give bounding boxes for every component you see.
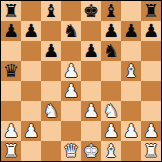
square-g4[interactable] bbox=[121, 81, 141, 101]
square-e2[interactable] bbox=[81, 121, 101, 141]
piece-white-pawn-d4[interactable]: ♟ bbox=[63, 81, 79, 101]
piece-black-king-e8[interactable]: ♚ bbox=[83, 1, 99, 21]
square-e5[interactable] bbox=[81, 61, 101, 81]
piece-black-pawn-h7[interactable]: ♟ bbox=[143, 21, 159, 41]
piece-white-queen-d1[interactable]: ♛ bbox=[63, 141, 79, 161]
square-e6[interactable]: ♟ bbox=[81, 41, 101, 61]
square-c2[interactable] bbox=[41, 121, 61, 141]
piece-white-pawn-e3[interactable]: ♟ bbox=[83, 101, 99, 121]
square-f6[interactable]: ♞ bbox=[101, 41, 121, 61]
square-d2[interactable] bbox=[61, 121, 81, 141]
square-a2[interactable]: ♟ bbox=[1, 121, 21, 141]
square-d4[interactable]: ♟ bbox=[61, 81, 81, 101]
square-a5[interactable]: ♛ bbox=[1, 61, 21, 81]
square-e7[interactable] bbox=[81, 21, 101, 41]
square-b2[interactable]: ♟ bbox=[21, 121, 41, 141]
square-a8[interactable]: ♜ bbox=[1, 1, 21, 21]
square-b6[interactable] bbox=[21, 41, 41, 61]
piece-black-pawn-g7[interactable]: ♟ bbox=[123, 21, 139, 41]
square-g1[interactable] bbox=[121, 141, 141, 161]
square-b4[interactable] bbox=[21, 81, 41, 101]
square-a4[interactable] bbox=[1, 81, 21, 101]
square-c7[interactable] bbox=[41, 21, 61, 41]
square-f2[interactable]: ♟ bbox=[101, 121, 121, 141]
square-c1[interactable] bbox=[41, 141, 61, 161]
square-c3[interactable]: ♞ bbox=[41, 101, 61, 121]
square-g5[interactable]: ♝ bbox=[121, 61, 141, 81]
chess-board: ♜♝♚♝♜♟♟♞♟♟♟♟♟♞♛♟♝♟♞♟♞♟♟♟♟♟♜♛♚♝♜ bbox=[0, 0, 162, 162]
square-f5[interactable] bbox=[101, 61, 121, 81]
square-h5[interactable] bbox=[141, 61, 161, 81]
piece-black-pawn-c6[interactable]: ♟ bbox=[43, 41, 59, 61]
square-b1[interactable] bbox=[21, 141, 41, 161]
square-f7[interactable]: ♟ bbox=[101, 21, 121, 41]
square-h1[interactable]: ♜ bbox=[141, 141, 161, 161]
square-c4[interactable] bbox=[41, 81, 61, 101]
piece-white-pawn-a2[interactable]: ♟ bbox=[3, 121, 19, 141]
piece-black-pawn-b7[interactable]: ♟ bbox=[23, 21, 39, 41]
square-b8[interactable] bbox=[21, 1, 41, 21]
piece-black-bishop-f8[interactable]: ♝ bbox=[103, 1, 119, 21]
square-b3[interactable] bbox=[21, 101, 41, 121]
piece-black-queen-a5[interactable]: ♛ bbox=[3, 61, 19, 81]
square-h3[interactable] bbox=[141, 101, 161, 121]
piece-black-pawn-f7[interactable]: ♟ bbox=[103, 21, 119, 41]
square-f4[interactable] bbox=[101, 81, 121, 101]
piece-white-pawn-b2[interactable]: ♟ bbox=[23, 121, 39, 141]
piece-black-knight-d7[interactable]: ♞ bbox=[63, 21, 79, 41]
piece-black-rook-h8[interactable]: ♜ bbox=[143, 1, 159, 21]
piece-white-knight-f3[interactable]: ♞ bbox=[103, 101, 119, 121]
square-c8[interactable]: ♝ bbox=[41, 1, 61, 21]
piece-white-rook-a1[interactable]: ♜ bbox=[3, 141, 19, 161]
piece-white-pawn-h2[interactable]: ♟ bbox=[143, 121, 159, 141]
square-d5[interactable]: ♟ bbox=[61, 61, 81, 81]
piece-black-pawn-e6[interactable]: ♟ bbox=[83, 41, 99, 61]
square-a7[interactable]: ♟ bbox=[1, 21, 21, 41]
square-g3[interactable] bbox=[121, 101, 141, 121]
piece-black-pawn-a7[interactable]: ♟ bbox=[3, 21, 19, 41]
square-g6[interactable] bbox=[121, 41, 141, 61]
square-h6[interactable] bbox=[141, 41, 161, 61]
square-d8[interactable] bbox=[61, 1, 81, 21]
square-e4[interactable] bbox=[81, 81, 101, 101]
square-f3[interactable]: ♞ bbox=[101, 101, 121, 121]
square-d6[interactable] bbox=[61, 41, 81, 61]
square-a3[interactable] bbox=[1, 101, 21, 121]
square-d3[interactable] bbox=[61, 101, 81, 121]
square-h7[interactable]: ♟ bbox=[141, 21, 161, 41]
piece-white-pawn-f2[interactable]: ♟ bbox=[103, 121, 119, 141]
square-c5[interactable] bbox=[41, 61, 61, 81]
square-e1[interactable]: ♚ bbox=[81, 141, 101, 161]
square-d1[interactable]: ♛ bbox=[61, 141, 81, 161]
square-a1[interactable]: ♜ bbox=[1, 141, 21, 161]
square-f1[interactable]: ♝ bbox=[101, 141, 121, 161]
square-e8[interactable]: ♚ bbox=[81, 1, 101, 21]
piece-black-bishop-c8[interactable]: ♝ bbox=[43, 1, 59, 21]
square-f8[interactable]: ♝ bbox=[101, 1, 121, 21]
square-h2[interactable]: ♟ bbox=[141, 121, 161, 141]
square-b5[interactable] bbox=[21, 61, 41, 81]
square-g8[interactable] bbox=[121, 1, 141, 21]
square-g2[interactable]: ♟ bbox=[121, 121, 141, 141]
piece-white-bishop-g5[interactable]: ♝ bbox=[123, 61, 139, 81]
piece-white-pawn-g2[interactable]: ♟ bbox=[123, 121, 139, 141]
piece-white-bishop-f1[interactable]: ♝ bbox=[103, 141, 119, 161]
piece-white-pawn-d5[interactable]: ♟ bbox=[63, 61, 79, 81]
piece-black-knight-f6[interactable]: ♞ bbox=[103, 41, 119, 61]
square-b7[interactable]: ♟ bbox=[21, 21, 41, 41]
piece-black-rook-a8[interactable]: ♜ bbox=[3, 1, 19, 21]
square-g7[interactable]: ♟ bbox=[121, 21, 141, 41]
square-e3[interactable]: ♟ bbox=[81, 101, 101, 121]
piece-white-knight-c3[interactable]: ♞ bbox=[43, 101, 59, 121]
piece-white-king-e1[interactable]: ♚ bbox=[83, 141, 99, 161]
square-h4[interactable] bbox=[141, 81, 161, 101]
square-d7[interactable]: ♞ bbox=[61, 21, 81, 41]
piece-white-rook-h1[interactable]: ♜ bbox=[143, 141, 159, 161]
square-h8[interactable]: ♜ bbox=[141, 1, 161, 21]
square-c6[interactable]: ♟ bbox=[41, 41, 61, 61]
square-a6[interactable] bbox=[1, 41, 21, 61]
